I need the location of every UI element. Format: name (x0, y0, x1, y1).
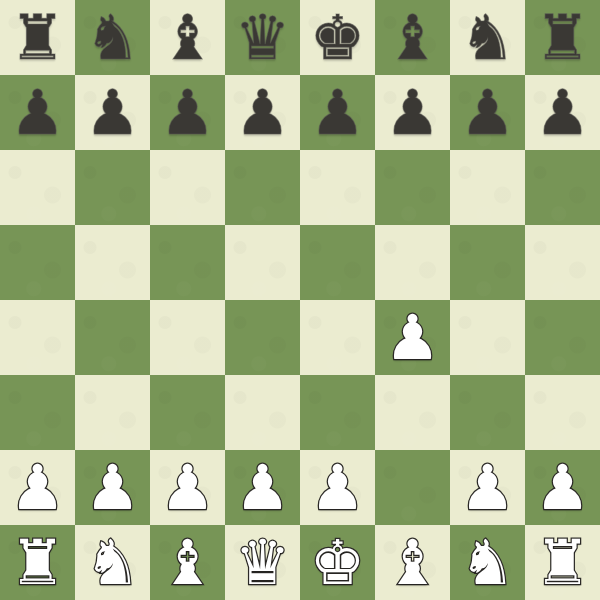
piece-black-bishop[interactable]: ♝ (385, 0, 441, 75)
square-h2[interactable]: ♟ (525, 450, 600, 525)
square-f8[interactable]: ♝ (375, 0, 450, 75)
square-e2[interactable]: ♟ (300, 450, 375, 525)
piece-black-pawn[interactable]: ♟ (385, 75, 441, 150)
square-d8[interactable]: ♛ (225, 0, 300, 75)
piece-white-pawn[interactable]: ♟ (385, 300, 441, 375)
piece-white-knight[interactable]: ♞ (460, 525, 516, 600)
piece-white-pawn[interactable]: ♟ (160, 450, 216, 525)
square-h3[interactable] (525, 375, 600, 450)
square-a7[interactable]: ♟ (0, 75, 75, 150)
piece-black-knight[interactable]: ♞ (85, 0, 141, 75)
square-c7[interactable]: ♟ (150, 75, 225, 150)
square-g1[interactable]: ♞ (450, 525, 525, 600)
square-b6[interactable] (75, 150, 150, 225)
square-a3[interactable] (0, 375, 75, 450)
square-g5[interactable] (450, 225, 525, 300)
square-f3[interactable] (375, 375, 450, 450)
square-c3[interactable] (150, 375, 225, 450)
square-b4[interactable] (75, 300, 150, 375)
piece-white-bishop[interactable]: ♝ (385, 525, 441, 600)
square-b7[interactable]: ♟ (75, 75, 150, 150)
square-c6[interactable] (150, 150, 225, 225)
square-f2[interactable] (375, 450, 450, 525)
piece-black-pawn[interactable]: ♟ (160, 75, 216, 150)
square-f6[interactable] (375, 150, 450, 225)
square-b2[interactable]: ♟ (75, 450, 150, 525)
square-e6[interactable] (300, 150, 375, 225)
piece-white-pawn[interactable]: ♟ (535, 450, 591, 525)
piece-black-pawn[interactable]: ♟ (310, 75, 366, 150)
square-h1[interactable]: ♜ (525, 525, 600, 600)
square-d1[interactable]: ♛ (225, 525, 300, 600)
square-g2[interactable]: ♟ (450, 450, 525, 525)
square-d5[interactable] (225, 225, 300, 300)
square-c4[interactable] (150, 300, 225, 375)
square-a2[interactable]: ♟ (0, 450, 75, 525)
piece-black-pawn[interactable]: ♟ (460, 75, 516, 150)
square-g8[interactable]: ♞ (450, 0, 525, 75)
piece-white-bishop[interactable]: ♝ (160, 525, 216, 600)
square-f7[interactable]: ♟ (375, 75, 450, 150)
square-d4[interactable] (225, 300, 300, 375)
chess-board: ♜♞♝♛♚♝♞♜♟♟♟♟♟♟♟♟♟♟♟♟♟♟♟♟♜♞♝♛♚♝♞♜ (0, 0, 600, 600)
square-d6[interactable] (225, 150, 300, 225)
square-g4[interactable] (450, 300, 525, 375)
square-c8[interactable]: ♝ (150, 0, 225, 75)
square-f1[interactable]: ♝ (375, 525, 450, 600)
square-h7[interactable]: ♟ (525, 75, 600, 150)
piece-white-queen[interactable]: ♛ (235, 525, 291, 600)
piece-black-bishop[interactable]: ♝ (160, 0, 216, 75)
square-e1[interactable]: ♚ (300, 525, 375, 600)
square-h5[interactable] (525, 225, 600, 300)
square-d3[interactable] (225, 375, 300, 450)
square-a1[interactable]: ♜ (0, 525, 75, 600)
square-g3[interactable] (450, 375, 525, 450)
piece-black-pawn[interactable]: ♟ (85, 75, 141, 150)
piece-black-pawn[interactable]: ♟ (10, 75, 66, 150)
piece-white-pawn[interactable]: ♟ (85, 450, 141, 525)
square-b8[interactable]: ♞ (75, 0, 150, 75)
square-b5[interactable] (75, 225, 150, 300)
square-f4[interactable]: ♟ (375, 300, 450, 375)
square-a8[interactable]: ♜ (0, 0, 75, 75)
piece-white-king[interactable]: ♚ (310, 525, 366, 600)
square-b1[interactable]: ♞ (75, 525, 150, 600)
piece-black-pawn[interactable]: ♟ (535, 75, 591, 150)
piece-white-pawn[interactable]: ♟ (235, 450, 291, 525)
square-d2[interactable]: ♟ (225, 450, 300, 525)
square-h4[interactable] (525, 300, 600, 375)
square-b3[interactable] (75, 375, 150, 450)
piece-black-knight[interactable]: ♞ (460, 0, 516, 75)
square-f5[interactable] (375, 225, 450, 300)
piece-white-rook[interactable]: ♜ (535, 525, 591, 600)
square-h8[interactable]: ♜ (525, 0, 600, 75)
square-c5[interactable] (150, 225, 225, 300)
piece-white-rook[interactable]: ♜ (10, 525, 66, 600)
square-e5[interactable] (300, 225, 375, 300)
square-a6[interactable] (0, 150, 75, 225)
piece-black-rook[interactable]: ♜ (10, 0, 66, 75)
square-a5[interactable] (0, 225, 75, 300)
piece-black-pawn[interactable]: ♟ (235, 75, 291, 150)
square-e4[interactable] (300, 300, 375, 375)
piece-white-pawn[interactable]: ♟ (10, 450, 66, 525)
piece-black-rook[interactable]: ♜ (535, 0, 591, 75)
square-g6[interactable] (450, 150, 525, 225)
square-c1[interactable]: ♝ (150, 525, 225, 600)
square-g7[interactable]: ♟ (450, 75, 525, 150)
square-e8[interactable]: ♚ (300, 0, 375, 75)
square-e7[interactable]: ♟ (300, 75, 375, 150)
piece-white-pawn[interactable]: ♟ (310, 450, 366, 525)
piece-white-knight[interactable]: ♞ (85, 525, 141, 600)
piece-white-pawn[interactable]: ♟ (460, 450, 516, 525)
square-e3[interactable] (300, 375, 375, 450)
square-d7[interactable]: ♟ (225, 75, 300, 150)
piece-black-king[interactable]: ♚ (310, 0, 366, 75)
square-c2[interactable]: ♟ (150, 450, 225, 525)
piece-black-queen[interactable]: ♛ (235, 0, 291, 75)
square-a4[interactable] (0, 300, 75, 375)
square-h6[interactable] (525, 150, 600, 225)
